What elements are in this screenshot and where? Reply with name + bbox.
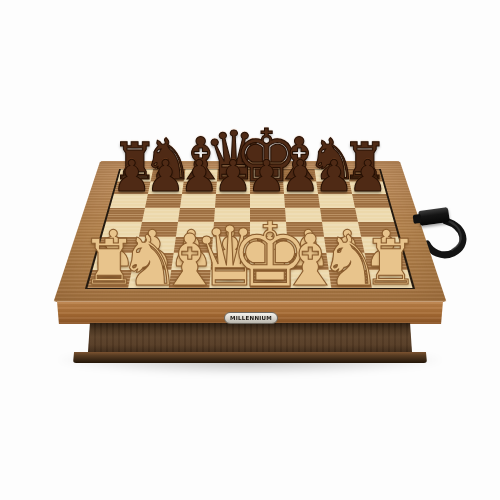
product-photo-scene: MILLENNIUM ♜♞♝♛♚♝♞♜♟♟♟♟♟♟♟♟♟♟♟♟♟♟♟♟♜♞♝♛♚… — [0, 0, 500, 500]
piece-black-pawn-h7[interactable]: ♟ — [349, 155, 388, 199]
base-plinth — [73, 352, 427, 363]
drawer-box — [88, 323, 412, 352]
piece-white-rook-h1[interactable]: ♜ — [363, 232, 419, 295]
brand-plaque-label: MILLENNIUM — [230, 315, 272, 321]
brand-plaque: MILLENNIUM — [224, 312, 278, 324]
cable-plug — [418, 207, 450, 226]
